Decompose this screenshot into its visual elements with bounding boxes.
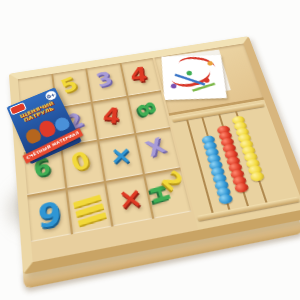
symbol-piece: × bbox=[109, 142, 132, 167]
number-piece: 0 bbox=[68, 147, 93, 175]
number-piece: 4 bbox=[102, 104, 121, 126]
product-photo: 534224860×X9×H2 bbox=[0, 0, 300, 300]
number-piece: 8 bbox=[133, 99, 161, 120]
compartment bbox=[67, 183, 111, 234]
number-piece: 4 bbox=[130, 64, 149, 85]
doodle-dot bbox=[207, 61, 213, 66]
number-piece: 2 bbox=[157, 169, 187, 194]
abacus-bead bbox=[249, 171, 265, 182]
doodle-dot bbox=[171, 84, 177, 89]
compartment: 9 bbox=[27, 190, 70, 242]
compartment: 4 bbox=[93, 98, 134, 140]
counting-sticks bbox=[72, 195, 107, 230]
number-piece: 9 bbox=[37, 197, 61, 232]
compartment: 3 bbox=[87, 63, 126, 101]
symbol-piece: X bbox=[143, 134, 169, 160]
number-piece: 5 bbox=[58, 73, 81, 96]
flash-card bbox=[161, 55, 227, 100]
compartment: 4 bbox=[121, 58, 161, 96]
compartment: × bbox=[106, 176, 151, 226]
compartment: × bbox=[99, 135, 142, 181]
symbol-piece: × bbox=[116, 183, 144, 214]
compartment: 0 bbox=[62, 141, 104, 187]
doodle-dot bbox=[186, 71, 192, 76]
box-perspective-wrapper: 534224860×X9×H2 bbox=[9, 38, 299, 274]
abacus-bead bbox=[234, 182, 250, 193]
number-piece: 3 bbox=[94, 68, 115, 90]
abacus-bead bbox=[218, 193, 234, 205]
doodle-dot bbox=[204, 78, 210, 83]
